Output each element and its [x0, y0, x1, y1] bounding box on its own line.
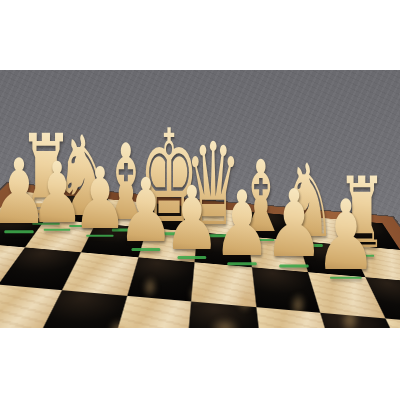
felt-base-ring — [279, 265, 309, 268]
piece-pawn-1: ♟ — [0, 151, 48, 234]
felt-base-ring — [330, 277, 361, 280]
piece-pawn-8: ♟ — [315, 191, 378, 280]
felt-base-ring — [178, 257, 206, 260]
piece-pawn-6: ♟ — [213, 183, 271, 266]
felt-base-ring — [86, 235, 113, 238]
product-photo: ♜♞♝♚♛♝♞♜♟♟♟♟♟♟♟♟ — [0, 70, 400, 328]
felt-base-ring — [132, 249, 160, 252]
felt-base-ring — [227, 263, 256, 266]
felt-base-ring — [4, 231, 33, 234]
page-root: { "game": "chess", "scene": { "descripti… — [0, 0, 400, 400]
piece-pawn-5: ♟ — [164, 179, 221, 260]
